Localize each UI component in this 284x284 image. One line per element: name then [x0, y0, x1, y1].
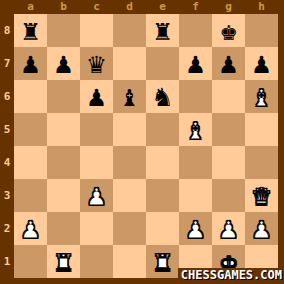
square-g8: ♚	[212, 14, 245, 47]
square-h5	[245, 113, 278, 146]
square-b6	[47, 80, 80, 113]
piece-black-knight: ♞	[154, 82, 171, 111]
square-f2: ♟	[179, 212, 212, 245]
square-a7: ♟	[14, 47, 47, 80]
piece-white-bishop: ♝	[253, 82, 270, 111]
rank-label-5: 5	[0, 113, 14, 146]
square-e6: ♞	[146, 80, 179, 113]
square-g3	[212, 179, 245, 212]
square-d7	[113, 47, 146, 80]
square-f6	[179, 80, 212, 113]
chess-board: ♜♜♚♟♟♛♟♟♟♟♝♞♝♝♟♛♟♟♟♟♜♜♚	[14, 14, 278, 278]
piece-white-pawn: ♟	[22, 214, 39, 243]
square-b2	[47, 212, 80, 245]
square-f7: ♟	[179, 47, 212, 80]
piece-white-pawn: ♟	[253, 214, 270, 243]
square-h7: ♟	[245, 47, 278, 80]
piece-black-bishop: ♝	[121, 82, 138, 111]
square-c7: ♛	[80, 47, 113, 80]
piece-black-rook: ♜	[22, 16, 39, 45]
piece-white-queen: ♛	[253, 181, 270, 210]
square-e5	[146, 113, 179, 146]
file-label-a: a	[14, 0, 47, 14]
file-label-c: c	[80, 0, 113, 14]
piece-black-pawn: ♟	[22, 49, 39, 78]
file-label-f: f	[179, 0, 212, 14]
square-b3	[47, 179, 80, 212]
square-b1: ♜	[47, 245, 80, 278]
file-label-h: h	[245, 0, 278, 14]
rank-label-7: 7	[0, 47, 14, 80]
piece-black-king: ♚	[220, 16, 237, 45]
piece-white-pawn: ♟	[220, 214, 237, 243]
piece-white-pawn: ♟	[88, 181, 105, 210]
square-a6	[14, 80, 47, 113]
square-c1	[80, 245, 113, 278]
square-a8: ♜	[14, 14, 47, 47]
square-g2: ♟	[212, 212, 245, 245]
piece-black-pawn: ♟	[187, 49, 204, 78]
square-a2: ♟	[14, 212, 47, 245]
square-c2	[80, 212, 113, 245]
square-c4	[80, 146, 113, 179]
square-g4	[212, 146, 245, 179]
square-f3	[179, 179, 212, 212]
file-label-b: b	[47, 0, 80, 14]
square-a3	[14, 179, 47, 212]
rank-label-6: 6	[0, 80, 14, 113]
square-d8	[113, 14, 146, 47]
square-f5: ♝	[179, 113, 212, 146]
square-d2	[113, 212, 146, 245]
piece-white-rook: ♜	[154, 247, 171, 276]
piece-black-pawn: ♟	[55, 49, 72, 78]
rank-label-4: 4	[0, 146, 14, 179]
square-e7	[146, 47, 179, 80]
square-d6: ♝	[113, 80, 146, 113]
file-label-g: g	[212, 0, 245, 14]
piece-white-rook: ♜	[55, 247, 72, 276]
square-a4	[14, 146, 47, 179]
chess-board-frame: abcdefgh 87654321 ♜♜♚♟♟♛♟♟♟♟♝♞♝♝♟♛♟♟♟♟♜♜…	[0, 0, 284, 284]
square-b8	[47, 14, 80, 47]
square-d3	[113, 179, 146, 212]
square-e3	[146, 179, 179, 212]
square-d1	[113, 245, 146, 278]
square-h6: ♝	[245, 80, 278, 113]
piece-black-rook: ♜	[154, 16, 171, 45]
square-d4	[113, 146, 146, 179]
rank-label-3: 3	[0, 179, 14, 212]
square-h4	[245, 146, 278, 179]
rank-labels: 87654321	[0, 14, 14, 278]
square-e4	[146, 146, 179, 179]
file-label-e: e	[146, 0, 179, 14]
piece-black-pawn: ♟	[253, 49, 270, 78]
square-c8	[80, 14, 113, 47]
square-a1	[14, 245, 47, 278]
square-c5	[80, 113, 113, 146]
square-h2: ♟	[245, 212, 278, 245]
square-g5	[212, 113, 245, 146]
square-h8	[245, 14, 278, 47]
square-f4	[179, 146, 212, 179]
piece-black-queen: ♛	[88, 49, 105, 78]
piece-white-pawn: ♟	[187, 214, 204, 243]
rank-label-2: 2	[0, 212, 14, 245]
chessgames-watermark: CHESSGAMES.COM	[178, 268, 284, 284]
square-h3: ♛	[245, 179, 278, 212]
square-g6	[212, 80, 245, 113]
square-c6: ♟	[80, 80, 113, 113]
square-d5	[113, 113, 146, 146]
piece-black-pawn: ♟	[88, 82, 105, 111]
square-e8: ♜	[146, 14, 179, 47]
square-a5	[14, 113, 47, 146]
file-labels: abcdefgh	[14, 0, 278, 14]
square-e2	[146, 212, 179, 245]
piece-black-pawn: ♟	[220, 49, 237, 78]
square-f8	[179, 14, 212, 47]
square-g7: ♟	[212, 47, 245, 80]
rank-label-8: 8	[0, 14, 14, 47]
square-b5	[47, 113, 80, 146]
file-label-d: d	[113, 0, 146, 14]
piece-white-bishop: ♝	[187, 115, 204, 144]
square-c3: ♟	[80, 179, 113, 212]
rank-label-1: 1	[0, 245, 14, 278]
square-e1: ♜	[146, 245, 179, 278]
square-b4	[47, 146, 80, 179]
square-b7: ♟	[47, 47, 80, 80]
